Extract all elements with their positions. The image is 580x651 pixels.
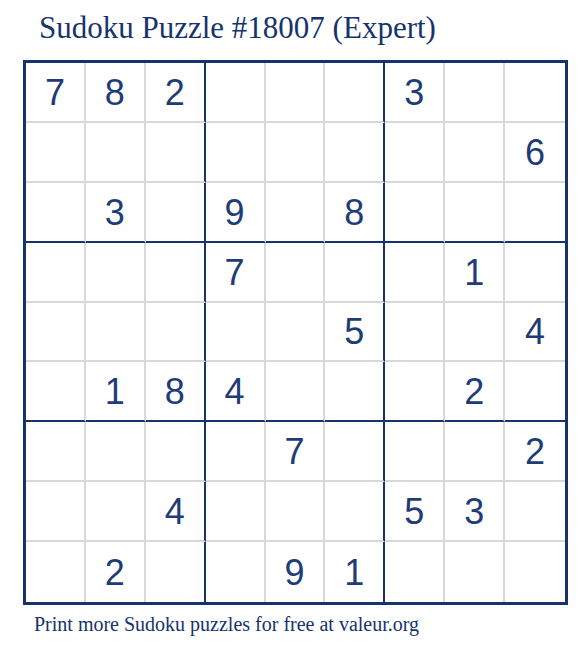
cell-r9c3 [146, 542, 206, 602]
footer-text: Print more Sudoku puzzles for free at va… [34, 613, 419, 636]
cell-r3c3 [146, 183, 206, 243]
cell-r7c5: 7 [266, 422, 326, 482]
cell-r2c8 [445, 123, 505, 183]
cell-r4c2 [86, 243, 146, 303]
cell-r3c9 [505, 183, 565, 243]
cell-r4c5 [266, 243, 326, 303]
cell-r1c8 [445, 63, 505, 123]
cell-r3c4: 9 [206, 183, 266, 243]
cell-r5c8 [445, 303, 505, 363]
sudoku-page: Sudoku Puzzle #18007 (Expert) 7823639871… [0, 0, 580, 651]
cell-r1c4 [206, 63, 266, 123]
cell-r5c2 [86, 303, 146, 363]
cell-r7c1 [26, 422, 86, 482]
cell-r4c6 [325, 243, 385, 303]
cell-r8c3: 4 [146, 482, 206, 542]
cell-r2c4 [206, 123, 266, 183]
cell-r4c7 [385, 243, 445, 303]
cell-r8c2 [86, 482, 146, 542]
cell-r6c2: 1 [86, 362, 146, 422]
cell-r8c9 [505, 482, 565, 542]
cell-r8c8: 3 [445, 482, 505, 542]
cell-r6c5 [266, 362, 326, 422]
cell-r1c2: 8 [86, 63, 146, 123]
cell-r7c7 [385, 422, 445, 482]
cell-r9c8 [445, 542, 505, 602]
cell-r8c7: 5 [385, 482, 445, 542]
cell-r2c2 [86, 123, 146, 183]
cell-r9c4 [206, 542, 266, 602]
cell-r4c8: 1 [445, 243, 505, 303]
cell-r1c1: 7 [26, 63, 86, 123]
cell-r9c6: 1 [325, 542, 385, 602]
cell-r8c6 [325, 482, 385, 542]
cell-r2c5 [266, 123, 326, 183]
cell-r3c8 [445, 183, 505, 243]
cell-r5c9: 4 [505, 303, 565, 363]
cell-r1c3: 2 [146, 63, 206, 123]
cell-r5c3 [146, 303, 206, 363]
cell-r8c4 [206, 482, 266, 542]
cell-r2c3 [146, 123, 206, 183]
cell-r7c8 [445, 422, 505, 482]
cell-r5c7 [385, 303, 445, 363]
cell-r8c1 [26, 482, 86, 542]
cell-r6c3: 8 [146, 362, 206, 422]
cell-r3c5 [266, 183, 326, 243]
cell-r1c6 [325, 63, 385, 123]
cell-r6c6 [325, 362, 385, 422]
cell-r1c5 [266, 63, 326, 123]
cell-r6c1 [26, 362, 86, 422]
cell-r6c8: 2 [445, 362, 505, 422]
cell-r7c3 [146, 422, 206, 482]
cell-r6c4: 4 [206, 362, 266, 422]
cell-r9c2: 2 [86, 542, 146, 602]
cell-r4c4: 7 [206, 243, 266, 303]
cell-r6c9 [505, 362, 565, 422]
cell-r2c7 [385, 123, 445, 183]
sudoku-board: 782363987154184272453291 [23, 60, 568, 605]
cell-r4c3 [146, 243, 206, 303]
cell-r8c5 [266, 482, 326, 542]
cell-r3c7 [385, 183, 445, 243]
cell-r1c9 [505, 63, 565, 123]
cell-r5c1 [26, 303, 86, 363]
cell-r7c9: 2 [505, 422, 565, 482]
cell-r7c4 [206, 422, 266, 482]
cell-r9c5: 9 [266, 542, 326, 602]
cell-r7c6 [325, 422, 385, 482]
cell-r5c6: 5 [325, 303, 385, 363]
cell-r2c1 [26, 123, 86, 183]
cell-r5c5 [266, 303, 326, 363]
cell-r3c2: 3 [86, 183, 146, 243]
cell-r6c7 [385, 362, 445, 422]
cell-r9c9 [505, 542, 565, 602]
cell-r9c1 [26, 542, 86, 602]
cell-r1c7: 3 [385, 63, 445, 123]
cell-r9c7 [385, 542, 445, 602]
cell-r2c9: 6 [505, 123, 565, 183]
cell-r4c1 [26, 243, 86, 303]
cell-r2c6 [325, 123, 385, 183]
cell-r3c1 [26, 183, 86, 243]
cell-r5c4 [206, 303, 266, 363]
page-title: Sudoku Puzzle #18007 (Expert) [39, 10, 436, 46]
cell-r3c6: 8 [325, 183, 385, 243]
cell-r4c9 [505, 243, 565, 303]
cell-r7c2 [86, 422, 146, 482]
